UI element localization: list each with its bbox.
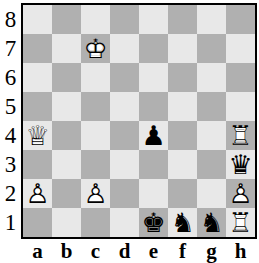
square-c2[interactable]: ♟♙	[81, 179, 110, 208]
rank-label-2: 2	[0, 179, 21, 208]
white-king[interactable]: ♚♔	[81, 34, 110, 63]
white-pawn[interactable]: ♟♙	[226, 179, 255, 208]
file-label-c: c	[81, 239, 110, 263]
rank-label-6: 6	[0, 63, 21, 92]
square-d4[interactable]	[110, 121, 139, 150]
square-a3[interactable]	[23, 150, 52, 179]
black-knight[interactable]: ♞	[168, 208, 197, 237]
white-rook[interactable]: ♜♖	[226, 208, 255, 237]
file-label-b: b	[52, 239, 81, 263]
square-e1[interactable]: ♚	[139, 208, 168, 237]
square-h3[interactable]: ♛	[226, 150, 255, 179]
square-b3[interactable]	[52, 150, 81, 179]
black-pawn[interactable]: ♟	[139, 121, 168, 150]
black-knight[interactable]: ♞	[197, 208, 226, 237]
square-f1[interactable]: ♞	[168, 208, 197, 237]
square-a7[interactable]	[23, 34, 52, 63]
white-rook-outline: ♖	[226, 121, 255, 150]
square-a5[interactable]	[23, 92, 52, 121]
square-f2[interactable]	[168, 179, 197, 208]
rank-label-8: 8	[0, 5, 21, 34]
square-b7[interactable]	[52, 34, 81, 63]
square-a6[interactable]	[23, 63, 52, 92]
file-labels: abcdefgh	[23, 239, 255, 263]
square-g4[interactable]	[197, 121, 226, 150]
square-g3[interactable]	[197, 150, 226, 179]
square-c8[interactable]	[81, 5, 110, 34]
white-king-outline: ♔	[81, 34, 110, 63]
square-h5[interactable]	[226, 92, 255, 121]
square-g1[interactable]: ♞	[197, 208, 226, 237]
square-d7[interactable]	[110, 34, 139, 63]
square-c3[interactable]	[81, 150, 110, 179]
rank-label-3: 3	[0, 150, 21, 179]
rank-label-7: 7	[0, 34, 21, 63]
file-label-e: e	[139, 239, 168, 263]
square-g8[interactable]	[197, 5, 226, 34]
square-c7[interactable]: ♚♔	[81, 34, 110, 63]
square-h2[interactable]: ♟♙	[226, 179, 255, 208]
white-pawn-outline: ♙	[226, 179, 255, 208]
rank-label-1: 1	[0, 208, 21, 237]
square-d2[interactable]	[110, 179, 139, 208]
file-label-g: g	[197, 239, 226, 263]
square-b6[interactable]	[52, 63, 81, 92]
square-g6[interactable]	[197, 63, 226, 92]
file-label-a: a	[23, 239, 52, 263]
square-g7[interactable]	[197, 34, 226, 63]
square-d3[interactable]	[110, 150, 139, 179]
square-b4[interactable]	[52, 121, 81, 150]
square-b2[interactable]	[52, 179, 81, 208]
square-e7[interactable]	[139, 34, 168, 63]
rank-label-4: 4	[0, 121, 21, 150]
square-f5[interactable]	[168, 92, 197, 121]
black-queen[interactable]: ♛	[226, 150, 255, 179]
white-pawn-outline: ♙	[81, 179, 110, 208]
square-f7[interactable]	[168, 34, 197, 63]
chess-diagram: 87654321 ♚♔♛♕♟♜♖♛♟♙♟♙♟♙♚♞♞♜♖ abcdefgh	[0, 0, 259, 263]
white-pawn[interactable]: ♟♙	[23, 179, 52, 208]
square-c6[interactable]	[81, 63, 110, 92]
square-a1[interactable]	[23, 208, 52, 237]
square-e6[interactable]	[139, 63, 168, 92]
square-e8[interactable]	[139, 5, 168, 34]
black-king[interactable]: ♚	[139, 208, 168, 237]
square-d8[interactable]	[110, 5, 139, 34]
rank-label-5: 5	[0, 92, 21, 121]
square-a8[interactable]	[23, 5, 52, 34]
rank-labels: 87654321	[0, 5, 21, 237]
white-queen-outline: ♕	[23, 121, 52, 150]
square-f8[interactable]	[168, 5, 197, 34]
square-h1[interactable]: ♜♖	[226, 208, 255, 237]
square-e5[interactable]	[139, 92, 168, 121]
square-f3[interactable]	[168, 150, 197, 179]
square-b5[interactable]	[52, 92, 81, 121]
white-rook[interactable]: ♜♖	[226, 121, 255, 150]
file-label-h: h	[226, 239, 255, 263]
file-label-d: d	[110, 239, 139, 263]
square-d5[interactable]	[110, 92, 139, 121]
white-rook-outline: ♖	[226, 208, 255, 237]
square-c1[interactable]	[81, 208, 110, 237]
square-c5[interactable]	[81, 92, 110, 121]
square-e3[interactable]	[139, 150, 168, 179]
square-h7[interactable]	[226, 34, 255, 63]
square-h6[interactable]	[226, 63, 255, 92]
file-label-f: f	[168, 239, 197, 263]
square-f6[interactable]	[168, 63, 197, 92]
square-a2[interactable]: ♟♙	[23, 179, 52, 208]
square-e2[interactable]	[139, 179, 168, 208]
white-pawn-outline: ♙	[23, 179, 52, 208]
square-a4[interactable]: ♛♕	[23, 121, 52, 150]
white-queen[interactable]: ♛♕	[23, 121, 52, 150]
square-h4[interactable]: ♜♖	[226, 121, 255, 150]
square-f4[interactable]	[168, 121, 197, 150]
square-e4[interactable]: ♟	[139, 121, 168, 150]
square-g5[interactable]	[197, 92, 226, 121]
square-d1[interactable]	[110, 208, 139, 237]
square-g2[interactable]	[197, 179, 226, 208]
square-c4[interactable]	[81, 121, 110, 150]
square-b8[interactable]	[52, 5, 81, 34]
square-h8[interactable]	[226, 5, 255, 34]
square-d6[interactable]	[110, 63, 139, 92]
board: ♚♔♛♕♟♜♖♛♟♙♟♙♟♙♚♞♞♜♖	[23, 5, 255, 237]
white-pawn[interactable]: ♟♙	[81, 179, 110, 208]
board-frame: ♚♔♛♕♟♜♖♛♟♙♟♙♟♙♚♞♞♜♖	[21, 3, 257, 239]
square-b1[interactable]	[52, 208, 81, 237]
